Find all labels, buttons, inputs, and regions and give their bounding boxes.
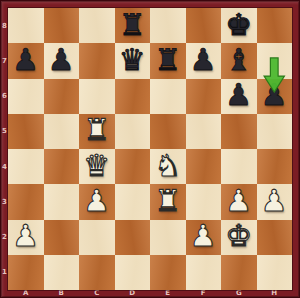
square-e1[interactable] [150, 255, 186, 290]
square-g4[interactable] [221, 149, 257, 184]
square-h1[interactable] [257, 255, 293, 290]
rank-label-4: 4 [1, 149, 8, 184]
square-b3[interactable] [44, 184, 80, 219]
piece-black-king[interactable]: ♚ [225, 10, 252, 40]
rank-label-3: 3 [1, 184, 8, 219]
square-h4[interactable] [257, 149, 293, 184]
piece-black-bishop[interactable]: ♝ [225, 45, 252, 75]
square-a2[interactable]: ♟ [8, 220, 44, 255]
piece-white-queen[interactable]: ♛ [83, 151, 110, 181]
rank-labels: 87654321 [1, 8, 8, 290]
piece-black-pawn[interactable]: ♟ [261, 80, 288, 110]
file-label-a: A [8, 289, 44, 297]
square-e3[interactable]: ♜ [150, 184, 186, 219]
square-g2[interactable]: ♚ [221, 220, 257, 255]
square-f7[interactable]: ♟ [186, 43, 222, 78]
file-label-e: E [150, 289, 186, 297]
file-label-g: G [221, 289, 257, 297]
square-b4[interactable] [44, 149, 80, 184]
square-h7[interactable] [257, 43, 293, 78]
square-e8[interactable] [150, 8, 186, 43]
piece-black-pawn[interactable]: ♟ [190, 45, 217, 75]
square-e6[interactable] [150, 79, 186, 114]
piece-white-pawn[interactable]: ♟ [225, 186, 252, 216]
piece-white-rook[interactable]: ♜ [83, 115, 110, 145]
rank-label-8: 8 [1, 8, 8, 43]
square-a8[interactable] [8, 8, 44, 43]
square-c6[interactable] [79, 79, 115, 114]
square-g8[interactable]: ♚ [221, 8, 257, 43]
piece-black-queen[interactable]: ♛ [119, 45, 146, 75]
square-b6[interactable] [44, 79, 80, 114]
square-a3[interactable] [8, 184, 44, 219]
square-d2[interactable] [115, 220, 151, 255]
square-a7[interactable]: ♟ [8, 43, 44, 78]
piece-white-pawn[interactable]: ♟ [12, 221, 39, 251]
square-d8[interactable]: ♜ [115, 8, 151, 43]
square-e5[interactable] [150, 114, 186, 149]
square-f5[interactable] [186, 114, 222, 149]
square-c8[interactable] [79, 8, 115, 43]
square-c3[interactable]: ♟ [79, 184, 115, 219]
square-a4[interactable] [8, 149, 44, 184]
file-labels: ABCDEFGH [8, 289, 292, 297]
square-c1[interactable] [79, 255, 115, 290]
piece-black-pawn[interactable]: ♟ [225, 80, 252, 110]
square-c2[interactable] [79, 220, 115, 255]
piece-white-pawn[interactable]: ♟ [261, 186, 288, 216]
square-h5[interactable] [257, 114, 293, 149]
file-label-c: C [79, 289, 115, 297]
square-f2[interactable]: ♟ [186, 220, 222, 255]
file-label-h: H [257, 289, 293, 297]
square-g7[interactable]: ♝ [221, 43, 257, 78]
square-d6[interactable] [115, 79, 151, 114]
file-label-f: F [186, 289, 222, 297]
square-d4[interactable] [115, 149, 151, 184]
square-d1[interactable] [115, 255, 151, 290]
square-f4[interactable] [186, 149, 222, 184]
square-d3[interactable] [115, 184, 151, 219]
square-f1[interactable] [186, 255, 222, 290]
file-label-b: B [44, 289, 80, 297]
square-g1[interactable] [221, 255, 257, 290]
square-c5[interactable]: ♜ [79, 114, 115, 149]
rank-label-5: 5 [1, 114, 8, 149]
rank-label-2: 2 [1, 220, 8, 255]
piece-black-pawn[interactable]: ♟ [48, 45, 75, 75]
square-b7[interactable]: ♟ [44, 43, 80, 78]
rank-label-7: 7 [1, 43, 8, 78]
square-g5[interactable] [221, 114, 257, 149]
square-c7[interactable] [79, 43, 115, 78]
square-c4[interactable]: ♛ [79, 149, 115, 184]
file-label-d: D [115, 289, 151, 297]
square-f3[interactable] [186, 184, 222, 219]
piece-white-knight[interactable]: ♞ [154, 151, 181, 181]
piece-black-pawn[interactable]: ♟ [12, 45, 39, 75]
square-g3[interactable]: ♟ [221, 184, 257, 219]
square-g6[interactable]: ♟ [221, 79, 257, 114]
square-a6[interactable] [8, 79, 44, 114]
square-b8[interactable] [44, 8, 80, 43]
square-h3[interactable]: ♟ [257, 184, 293, 219]
piece-white-rook[interactable]: ♜ [154, 186, 181, 216]
chess-board-frame: 87654321 ABCDEFGH ♜♚♟♟♛♜♟♝♟♟♜♛♞♟♜♟♟♟♟♚ [0, 0, 300, 298]
chess-board: ♜♚♟♟♛♜♟♝♟♟♜♛♞♟♜♟♟♟♟♚ [8, 8, 292, 290]
square-h8[interactable] [257, 8, 293, 43]
square-e2[interactable] [150, 220, 186, 255]
square-e7[interactable]: ♜ [150, 43, 186, 78]
square-h2[interactable] [257, 220, 293, 255]
square-d5[interactable] [115, 114, 151, 149]
square-d7[interactable]: ♛ [115, 43, 151, 78]
square-f8[interactable] [186, 8, 222, 43]
square-e4[interactable]: ♞ [150, 149, 186, 184]
square-b2[interactable] [44, 220, 80, 255]
square-a1[interactable] [8, 255, 44, 290]
rank-label-1: 1 [1, 255, 8, 290]
piece-white-king[interactable]: ♚ [225, 221, 252, 251]
piece-white-pawn[interactable]: ♟ [190, 221, 217, 251]
rank-label-6: 6 [1, 79, 8, 114]
square-a5[interactable] [8, 114, 44, 149]
square-b1[interactable] [44, 255, 80, 290]
square-f6[interactable] [186, 79, 222, 114]
piece-white-pawn[interactable]: ♟ [83, 186, 110, 216]
piece-black-rook[interactable]: ♜ [154, 45, 181, 75]
square-h6[interactable]: ♟ [257, 79, 293, 114]
square-b5[interactable] [44, 114, 80, 149]
piece-black-rook[interactable]: ♜ [119, 10, 146, 40]
